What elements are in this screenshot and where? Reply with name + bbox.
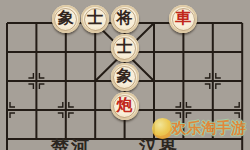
piece-glyph: 将 — [117, 10, 133, 26]
piece-black-general[interactable]: 将 — [111, 5, 139, 33]
watermark: 欢乐淘手游 — [152, 118, 246, 139]
piece-red-chariot[interactable]: 車 — [169, 5, 197, 33]
piece-glyph: 象 — [117, 68, 133, 84]
xiangqi-board: 楚河 汉界 象士将車士象炮 欢乐淘手游 — [0, 0, 250, 150]
watermark-logo-icon — [152, 118, 173, 139]
piece-glyph: 士 — [87, 10, 103, 26]
piece-glyph: 象 — [58, 10, 74, 26]
piece-black-elephant[interactable]: 象 — [111, 63, 139, 91]
watermark-text: 欢乐淘手游 — [171, 119, 246, 138]
piece-glyph: 士 — [117, 39, 133, 55]
piece-black-advisor[interactable]: 士 — [81, 5, 109, 33]
piece-glyph: 炮 — [117, 97, 133, 113]
piece-glyph: 車 — [175, 10, 191, 26]
piece-black-advisor[interactable]: 士 — [111, 34, 139, 62]
piece-black-elephant[interactable]: 象 — [52, 5, 80, 33]
piece-red-cannon[interactable]: 炮 — [111, 92, 139, 120]
